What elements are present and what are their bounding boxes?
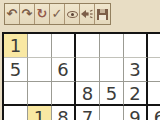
- eye-icon: [67, 11, 78, 18]
- sudoku-cell-r2c3[interactable]: 6: [52, 58, 76, 82]
- sudoku-cell-r3c2[interactable]: [28, 82, 52, 106]
- sudoku-cell-r4c6[interactable]: 9: [124, 106, 148, 120]
- sudoku-cell-r1c3[interactable]: [52, 34, 76, 58]
- sudoku-cell-r1c4[interactable]: [76, 34, 100, 58]
- sudoku-cell-r3c6[interactable]: 2: [124, 82, 148, 106]
- save-button[interactable]: [95, 4, 110, 24]
- floppy-disk-icon: [97, 9, 108, 20]
- sudoku-cell-r2c2[interactable]: [28, 58, 52, 82]
- sudoku-cell-r4c3[interactable]: 8: [52, 106, 76, 120]
- restart-button[interactable]: ↻: [35, 4, 50, 24]
- sudoku-cell-r2c4[interactable]: [76, 58, 100, 82]
- sudoku-cell-r2c1[interactable]: 5: [4, 58, 28, 82]
- redo-arrow-icon: ↷: [22, 7, 33, 20]
- sudoku-cell-r3c5[interactable]: 5: [100, 82, 124, 106]
- sudoku-cell-r3c1[interactable]: [4, 82, 28, 106]
- sudoku-cell-r4c7[interactable]: 6: [148, 106, 160, 120]
- sudoku-cell-r1c6[interactable]: [124, 34, 148, 58]
- sudoku-cell-r1c1[interactable]: 1: [4, 34, 28, 58]
- sudoku-cell-r3c4[interactable]: 8: [76, 82, 100, 106]
- sudoku-cell-r4c2[interactable]: 1: [28, 106, 52, 120]
- sudoku-cell-r3c3[interactable]: [52, 82, 76, 106]
- sudoku-cell-r1c2[interactable]: [28, 34, 52, 58]
- refresh-arrows-icon: ↻: [37, 7, 48, 20]
- undo-arrow-icon: ↶: [7, 7, 18, 20]
- toolbar: ↶ ↷ ↻ ✓: [4, 3, 111, 25]
- redo-button[interactable]: ↷: [20, 4, 35, 24]
- sudoku-app: { "game": "sudoku", "position": { "notat…: [0, 0, 160, 120]
- checkmark-icon: ✓: [52, 7, 63, 20]
- sudoku-cell-r2c7[interactable]: [148, 58, 160, 82]
- horn-icon: [81, 9, 93, 19]
- sudoku-cell-r2c6[interactable]: 3: [124, 58, 148, 82]
- undo-button[interactable]: ↶: [5, 4, 20, 24]
- sudoku-cell-r4c4[interactable]: 7: [76, 106, 100, 120]
- sudoku-cell-r1c7[interactable]: [148, 34, 160, 58]
- announce-button[interactable]: [80, 4, 95, 24]
- check-button[interactable]: ✓: [50, 4, 65, 24]
- sudoku-cell-r4c1[interactable]: [4, 106, 28, 120]
- sudoku-cell-r3c7[interactable]: [148, 82, 160, 106]
- hint-button[interactable]: [65, 4, 80, 24]
- sudoku-cell-r1c5[interactable]: [100, 34, 124, 58]
- sudoku-board: 156385218796: [2, 32, 160, 120]
- sudoku-cell-r4c5[interactable]: [100, 106, 124, 120]
- sudoku-cell-r2c5[interactable]: [100, 58, 124, 82]
